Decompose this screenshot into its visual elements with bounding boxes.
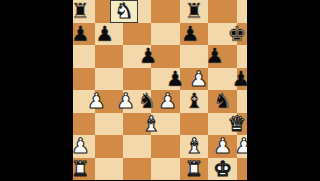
square-d2[interactable] xyxy=(151,135,179,158)
square-b5[interactable] xyxy=(95,68,123,91)
square-a3[interactable] xyxy=(73,113,95,136)
square-d1[interactable] xyxy=(151,158,179,181)
white-pawn-a4[interactable]: ♟ xyxy=(82,90,110,113)
chess-board[interactable]: ♜♞♜♟♟♟♚♟♟♟♟♟♟♟♞♟♝♞♝♛♟♝♟♟♜♜♚ xyxy=(73,0,247,180)
square-g4[interactable] xyxy=(237,90,247,113)
square-c2[interactable] xyxy=(123,135,151,158)
white-king-f1[interactable]: ♚ xyxy=(208,158,236,181)
left-letterbox-bar xyxy=(0,0,73,180)
white-bishop-e2[interactable]: ♝ xyxy=(180,135,208,158)
right-letterbox-bar xyxy=(247,0,320,180)
square-a6[interactable] xyxy=(73,45,95,68)
square-b3[interactable] xyxy=(95,113,123,136)
black-rook-a8[interactable]: ♜ xyxy=(73,0,95,23)
square-b6[interactable] xyxy=(95,45,123,68)
square-d8[interactable] xyxy=(151,0,179,23)
black-bishop-e4[interactable]: ♝ xyxy=(180,90,208,113)
square-g6[interactable] xyxy=(237,45,247,68)
black-king-g7[interactable]: ♚ xyxy=(223,23,247,46)
black-pawn-c6[interactable]: ♟ xyxy=(134,45,162,68)
white-pawn-f5[interactable]: ♟ xyxy=(184,68,212,91)
white-pawn-d4[interactable]: ♟ xyxy=(153,90,181,113)
black-pawn-f6[interactable]: ♟ xyxy=(200,45,228,68)
white-rook-a1[interactable]: ♜ xyxy=(73,158,95,181)
square-c1[interactable] xyxy=(123,158,151,181)
black-pawn-g5[interactable]: ♟ xyxy=(227,68,247,91)
square-e3[interactable] xyxy=(180,113,208,136)
square-c7[interactable] xyxy=(123,23,151,46)
square-b2[interactable] xyxy=(95,135,123,158)
square-g1[interactable] xyxy=(237,158,247,181)
white-pawn-a2[interactable]: ♟ xyxy=(73,135,95,158)
square-c5[interactable] xyxy=(123,68,151,91)
black-pawn-b7[interactable]: ♟ xyxy=(91,23,119,46)
white-rook-e1[interactable]: ♜ xyxy=(180,158,208,181)
square-f8[interactable] xyxy=(208,0,236,23)
white-bishop-c3[interactable]: ♝ xyxy=(137,113,165,136)
white-queen-g3[interactable]: ♛ xyxy=(223,113,247,136)
square-g8[interactable] xyxy=(237,0,247,23)
black-knight-f4[interactable]: ♞ xyxy=(208,90,236,113)
square-b1[interactable] xyxy=(95,158,123,181)
chess-board-window: ♜♞♜♟♟♟♚♟♟♟♟♟♟♟♞♟♝♞♝♛♟♝♟♟♜♜♚ xyxy=(73,0,247,180)
black-pawn-e7[interactable]: ♟ xyxy=(176,23,204,46)
white-knight-c8[interactable]: ♞ xyxy=(110,0,138,23)
video-frame: ♜♞♜♟♟♟♚♟♟♟♟♟♟♟♞♟♝♞♝♛♟♝♟♟♜♜♚ xyxy=(0,0,320,180)
square-a5[interactable] xyxy=(73,68,95,91)
white-pawn-g2[interactable]: ♟ xyxy=(230,135,247,158)
black-rook-e8[interactable]: ♜ xyxy=(180,0,208,23)
